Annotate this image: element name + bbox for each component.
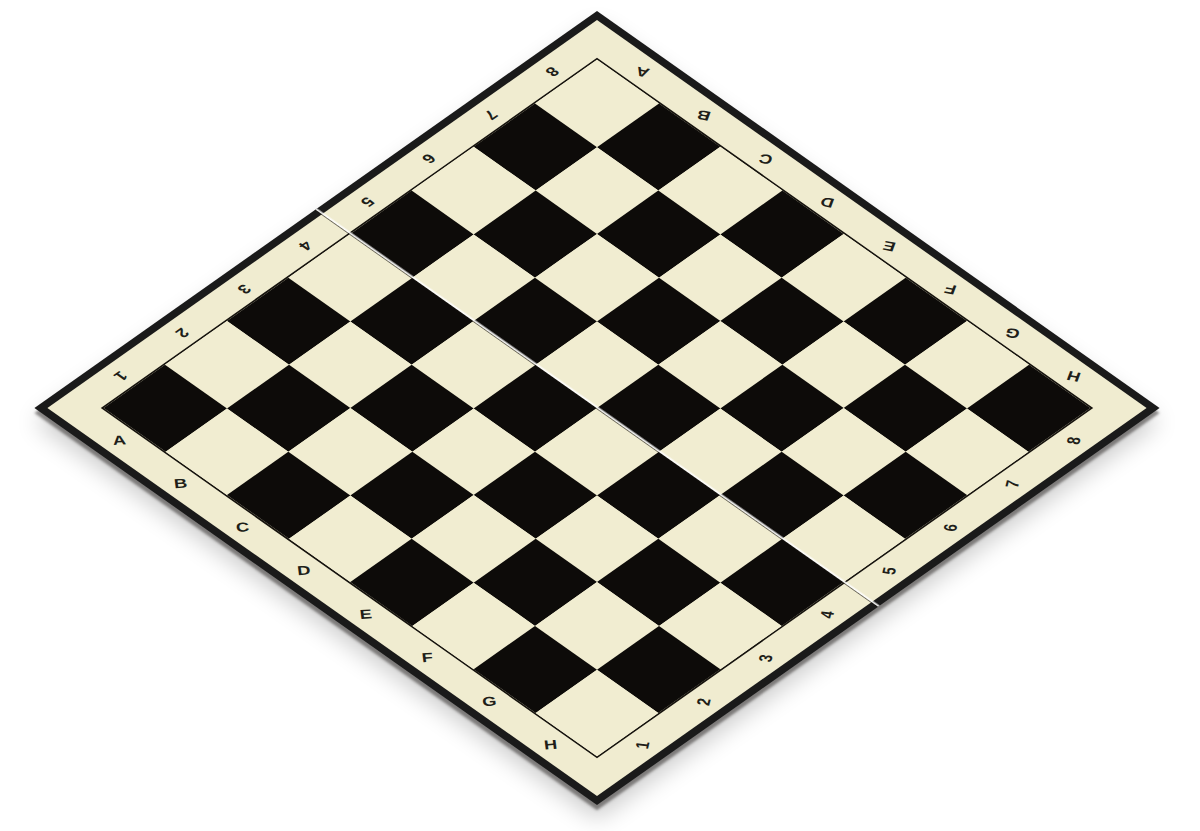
board-rim: 8 7 6 5 4 3 2 1 8 7 6 5 4 3 2 1 A B C D … [34,11,1159,805]
file-label-bottom-c: C [235,519,251,535]
file-label-bottom-e: E [359,606,374,622]
chessboard: 8 7 6 5 4 3 2 1 8 7 6 5 4 3 2 1 A B C D … [34,11,1159,805]
board-field [101,58,1093,759]
file-label-bottom-d: D [297,563,313,579]
file-label-bottom-f: F [421,650,435,666]
file-label-bottom-g: G [481,693,498,709]
file-label-bottom-b: B [174,476,190,492]
file-label-bottom-a: A [112,432,128,448]
product-photo-canvas: 8 7 6 5 4 3 2 1 8 7 6 5 4 3 2 1 A B C D … [0,0,1200,831]
file-label-bottom-h: H [544,737,560,753]
